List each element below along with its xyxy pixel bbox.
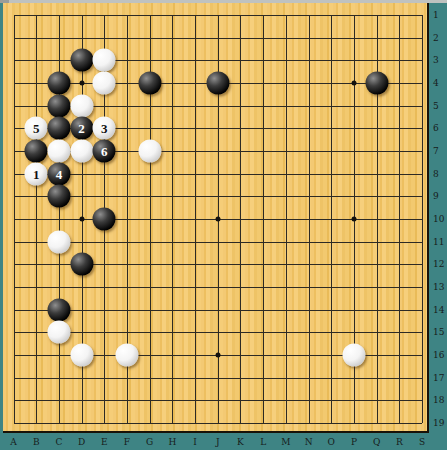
go-board[interactable]: 523614 — [3, 3, 429, 433]
column-label: I — [193, 436, 197, 448]
board-grid: 523614 — [14, 15, 423, 423]
column-label: H — [168, 436, 176, 448]
stone-black — [365, 71, 388, 94]
move-number-label: 3 — [101, 122, 108, 135]
column-label: N — [305, 436, 313, 448]
row-label: 12 — [433, 259, 444, 269]
stone-white — [70, 139, 93, 162]
stone-white — [47, 321, 70, 344]
stone-black — [47, 117, 70, 140]
stone-white — [115, 344, 138, 367]
row-label: 9 — [433, 191, 439, 201]
move-number-label: 4 — [56, 167, 63, 180]
column-label: C — [55, 436, 62, 448]
grid-line-vertical — [331, 15, 332, 423]
row-label: 3 — [433, 55, 439, 65]
stone-white — [93, 49, 116, 72]
stone-black — [47, 185, 70, 208]
row-label: 16 — [433, 350, 444, 360]
stone-black — [70, 253, 93, 276]
star-point — [79, 217, 84, 222]
row-label: 19 — [433, 418, 444, 428]
stone-black — [47, 298, 70, 321]
stone-black — [70, 49, 93, 72]
grid-line-horizontal — [14, 310, 423, 311]
row-label: 18 — [433, 395, 444, 405]
grid-line-vertical — [309, 15, 310, 423]
row-label: 5 — [433, 101, 439, 111]
star-point — [351, 217, 356, 222]
stone-white — [342, 344, 365, 367]
row-label: 15 — [433, 327, 444, 337]
row-label: 17 — [433, 373, 444, 383]
move-number-label: 5 — [33, 122, 40, 135]
row-label: 2 — [433, 33, 439, 43]
stone-black: 6 — [93, 139, 116, 162]
stone-white: 1 — [25, 162, 48, 185]
column-label: E — [101, 436, 108, 448]
row-label: 14 — [433, 305, 444, 315]
grid-line-horizontal — [14, 287, 423, 288]
stone-white — [70, 344, 93, 367]
column-label: S — [419, 436, 425, 448]
grid-line-horizontal — [14, 423, 423, 424]
stone-white — [138, 139, 161, 162]
grid-line-vertical — [240, 15, 241, 423]
column-label: J — [216, 436, 220, 448]
column-label: K — [237, 436, 244, 448]
grid-line-vertical — [263, 15, 264, 423]
stone-white — [93, 71, 116, 94]
row-label: 7 — [433, 146, 439, 156]
star-point — [351, 80, 356, 85]
stone-white — [47, 139, 70, 162]
row-label: 10 — [433, 214, 444, 224]
stone-black: 2 — [70, 117, 93, 140]
row-label: 8 — [433, 169, 439, 179]
row-label: 4 — [433, 78, 439, 88]
row-label: 1 — [433, 10, 439, 20]
grid-line-horizontal — [14, 242, 423, 243]
go-app-window: 523614 ABCDEFGHIJKLMNOPQRS 1234567891011… — [0, 0, 447, 450]
move-number-label: 1 — [33, 167, 40, 180]
stone-black — [25, 139, 48, 162]
stone-black — [206, 71, 229, 94]
stone-black — [93, 208, 116, 231]
stone-black — [47, 71, 70, 94]
column-labels: ABCDEFGHIJKLMNOPQRS — [14, 436, 423, 448]
grid-line-vertical — [286, 15, 287, 423]
row-label: 13 — [433, 282, 444, 292]
stone-white: 3 — [93, 117, 116, 140]
star-point — [215, 217, 220, 222]
stone-black — [138, 71, 161, 94]
column-label: D — [78, 436, 85, 448]
star-point — [215, 353, 220, 358]
stone-white: 5 — [25, 117, 48, 140]
column-label: B — [33, 436, 40, 448]
move-number-label: 6 — [101, 144, 108, 157]
column-label: R — [396, 436, 403, 448]
column-label: Q — [373, 436, 380, 448]
grid-line-vertical — [422, 15, 423, 423]
row-labels: 12345678910111213141516171819 — [429, 15, 447, 423]
grid-line-horizontal — [14, 400, 423, 401]
stone-black — [47, 94, 70, 117]
column-label: A — [10, 436, 17, 448]
row-label: 11 — [433, 237, 444, 247]
column-label: M — [281, 436, 290, 448]
grid-line-vertical — [399, 15, 400, 423]
move-number-label: 2 — [78, 122, 85, 135]
column-label: L — [260, 436, 266, 448]
star-point — [79, 80, 84, 85]
grid-line-horizontal — [14, 378, 423, 379]
stone-white — [47, 230, 70, 253]
column-label: P — [351, 436, 357, 448]
stone-white — [70, 94, 93, 117]
column-label: G — [146, 436, 153, 448]
row-label: 6 — [433, 123, 439, 133]
column-label: O — [328, 436, 335, 448]
column-label: F — [124, 436, 130, 448]
stone-black: 4 — [47, 162, 70, 185]
grid-line-horizontal — [14, 332, 423, 333]
